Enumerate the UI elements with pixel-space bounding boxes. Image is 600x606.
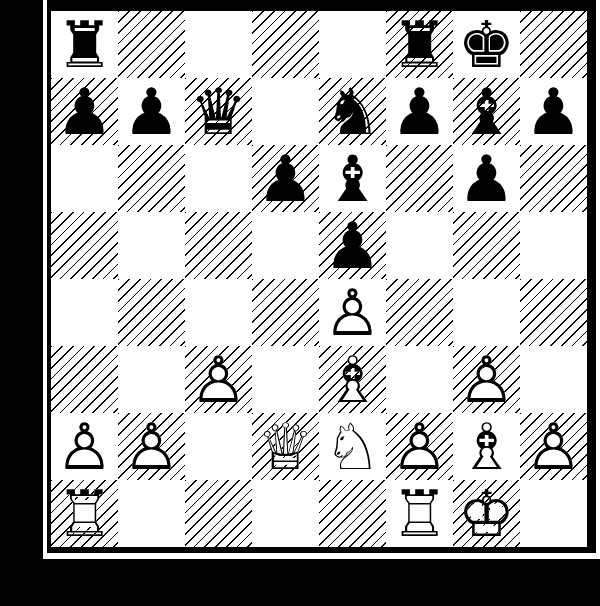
square-f6[interactable] bbox=[386, 145, 453, 212]
square-c8[interactable] bbox=[185, 11, 252, 78]
white-pawn[interactable]: ♟♙ bbox=[185, 346, 252, 413]
square-g4[interactable] bbox=[453, 279, 520, 346]
piece-glyph: ♙ bbox=[51, 413, 118, 480]
piece-glyph: ♟ bbox=[520, 78, 587, 145]
square-d2[interactable]: ♛♕ bbox=[252, 413, 319, 480]
white-rook[interactable]: ♜♖ bbox=[386, 480, 453, 547]
square-f3[interactable] bbox=[386, 346, 453, 413]
square-h8[interactable] bbox=[520, 11, 587, 78]
square-a6[interactable] bbox=[51, 145, 118, 212]
piece-glyph: ♙ bbox=[453, 346, 520, 413]
piece-glyph: ♟ bbox=[118, 78, 185, 145]
square-b4[interactable] bbox=[118, 279, 185, 346]
square-d8[interactable] bbox=[252, 11, 319, 78]
black-bishop[interactable]: ♝ bbox=[453, 78, 520, 145]
square-e4[interactable]: ♟♙ bbox=[319, 279, 386, 346]
square-f7[interactable]: ♟ bbox=[386, 78, 453, 145]
square-b8[interactable] bbox=[118, 11, 185, 78]
square-c7[interactable]: ♛ bbox=[185, 78, 252, 145]
square-f1[interactable]: ♜♖ bbox=[386, 480, 453, 547]
square-g5[interactable] bbox=[453, 212, 520, 279]
square-e2[interactable]: ♞♘ bbox=[319, 413, 386, 480]
piece-glyph: ♝ bbox=[453, 78, 520, 145]
piece-glyph: ♙ bbox=[118, 413, 185, 480]
piece-glyph: ♕ bbox=[252, 413, 319, 480]
piece-glyph: ♟ bbox=[252, 145, 319, 212]
square-e6[interactable]: ♝ bbox=[319, 145, 386, 212]
square-g1[interactable]: ♚♔ bbox=[453, 480, 520, 547]
chess-board: ♜♜♚♟♟♛♞♟♝♟♟♝♟♟♟♙♟♙♝♗♟♙♟♙♟♙♛♕♞♘♟♙♝♗♟♙♜♖♜♖… bbox=[47, 0, 596, 553]
square-a8[interactable]: ♜ bbox=[51, 11, 118, 78]
piece-glyph: ♙ bbox=[185, 346, 252, 413]
piece-glyph: ♗ bbox=[319, 346, 386, 413]
square-c5[interactable] bbox=[185, 212, 252, 279]
square-e5[interactable]: ♟ bbox=[319, 212, 386, 279]
black-queen[interactable]: ♛ bbox=[185, 78, 252, 145]
black-pawn[interactable]: ♟ bbox=[319, 212, 386, 279]
square-b2[interactable]: ♟♙ bbox=[118, 413, 185, 480]
square-a3[interactable] bbox=[51, 346, 118, 413]
square-e1[interactable] bbox=[319, 480, 386, 547]
square-b5[interactable] bbox=[118, 212, 185, 279]
square-g7[interactable]: ♝ bbox=[453, 78, 520, 145]
white-rook[interactable]: ♜♖ bbox=[51, 480, 118, 547]
square-e7[interactable]: ♞ bbox=[319, 78, 386, 145]
white-pawn[interactable]: ♟♙ bbox=[118, 413, 185, 480]
piece-glyph: ♝ bbox=[319, 145, 386, 212]
piece-glyph: ♟ bbox=[51, 78, 118, 145]
square-c3[interactable]: ♟♙ bbox=[185, 346, 252, 413]
square-d1[interactable] bbox=[252, 480, 319, 547]
square-b1[interactable] bbox=[118, 480, 185, 547]
black-pawn[interactable]: ♟ bbox=[386, 78, 453, 145]
black-bishop[interactable]: ♝ bbox=[319, 145, 386, 212]
square-h4[interactable] bbox=[520, 279, 587, 346]
piece-glyph: ♛ bbox=[185, 78, 252, 145]
piece-glyph: ♙ bbox=[386, 413, 453, 480]
square-g6[interactable]: ♟ bbox=[453, 145, 520, 212]
white-pawn[interactable]: ♟♙ bbox=[386, 413, 453, 480]
white-queen[interactable]: ♛♕ bbox=[252, 413, 319, 480]
square-h5[interactable] bbox=[520, 212, 587, 279]
square-f8[interactable]: ♜ bbox=[386, 11, 453, 78]
square-a5[interactable] bbox=[51, 212, 118, 279]
white-bishop[interactable]: ♝♗ bbox=[319, 346, 386, 413]
piece-glyph: ♞ bbox=[319, 78, 386, 145]
square-g2[interactable]: ♝♗ bbox=[453, 413, 520, 480]
piece-glyph: ♙ bbox=[520, 413, 587, 480]
piece-glyph: ♔ bbox=[453, 480, 520, 547]
square-f5[interactable] bbox=[386, 212, 453, 279]
square-b3[interactable] bbox=[118, 346, 185, 413]
square-c1[interactable] bbox=[185, 480, 252, 547]
piece-glyph: ♗ bbox=[453, 413, 520, 480]
white-king[interactable]: ♚♔ bbox=[453, 480, 520, 547]
black-rook[interactable]: ♜ bbox=[51, 11, 118, 78]
black-rook[interactable]: ♜ bbox=[386, 11, 453, 78]
square-d5[interactable] bbox=[252, 212, 319, 279]
black-knight[interactable]: ♞ bbox=[319, 78, 386, 145]
square-g3[interactable]: ♟♙ bbox=[453, 346, 520, 413]
square-d3[interactable] bbox=[252, 346, 319, 413]
white-knight[interactable]: ♞♘ bbox=[319, 413, 386, 480]
white-bishop[interactable]: ♝♗ bbox=[453, 413, 520, 480]
piece-glyph: ♘ bbox=[319, 413, 386, 480]
piece-glyph: ♖ bbox=[51, 480, 118, 547]
black-pawn[interactable]: ♟ bbox=[252, 145, 319, 212]
square-a1[interactable]: ♜♖ bbox=[51, 480, 118, 547]
piece-glyph: ♜ bbox=[386, 11, 453, 78]
square-b6[interactable] bbox=[118, 145, 185, 212]
piece-glyph: ♖ bbox=[386, 480, 453, 547]
square-f4[interactable] bbox=[386, 279, 453, 346]
black-pawn[interactable]: ♟ bbox=[118, 78, 185, 145]
square-a7[interactable]: ♟ bbox=[51, 78, 118, 145]
square-e3[interactable]: ♝♗ bbox=[319, 346, 386, 413]
square-h1[interactable] bbox=[520, 480, 587, 547]
black-king[interactable]: ♚ bbox=[453, 11, 520, 78]
piece-glyph: ♜ bbox=[51, 11, 118, 78]
square-c4[interactable] bbox=[185, 279, 252, 346]
piece-glyph: ♙ bbox=[319, 279, 386, 346]
black-pawn[interactable]: ♟ bbox=[51, 78, 118, 145]
square-h2[interactable]: ♟♙ bbox=[520, 413, 587, 480]
white-pawn[interactable]: ♟♙ bbox=[319, 279, 386, 346]
square-h7[interactable]: ♟ bbox=[520, 78, 587, 145]
square-a4[interactable] bbox=[51, 279, 118, 346]
square-h6[interactable] bbox=[520, 145, 587, 212]
square-d6[interactable]: ♟ bbox=[252, 145, 319, 212]
piece-glyph: ♟ bbox=[319, 212, 386, 279]
piece-glyph: ♚ bbox=[453, 11, 520, 78]
black-pawn[interactable]: ♟ bbox=[453, 145, 520, 212]
square-d7[interactable] bbox=[252, 78, 319, 145]
white-pawn[interactable]: ♟♙ bbox=[51, 413, 118, 480]
square-b7[interactable]: ♟ bbox=[118, 78, 185, 145]
square-h3[interactable] bbox=[520, 346, 587, 413]
piece-glyph: ♟ bbox=[453, 145, 520, 212]
square-d4[interactable] bbox=[252, 279, 319, 346]
square-a2[interactable]: ♟♙ bbox=[51, 413, 118, 480]
piece-glyph: ♟ bbox=[386, 78, 453, 145]
square-c2[interactable] bbox=[185, 413, 252, 480]
white-pawn[interactable]: ♟♙ bbox=[520, 413, 587, 480]
white-pawn[interactable]: ♟♙ bbox=[453, 346, 520, 413]
diagram-paper: ♜♜♚♟♟♛♞♟♝♟♟♝♟♟♟♙♟♙♝♗♟♙♟♙♟♙♛♕♞♘♟♙♝♗♟♙♜♖♜♖… bbox=[43, 0, 600, 559]
square-c6[interactable] bbox=[185, 145, 252, 212]
square-g8[interactable]: ♚ bbox=[453, 11, 520, 78]
square-f2[interactable]: ♟♙ bbox=[386, 413, 453, 480]
square-e8[interactable] bbox=[319, 11, 386, 78]
black-pawn[interactable]: ♟ bbox=[520, 78, 587, 145]
